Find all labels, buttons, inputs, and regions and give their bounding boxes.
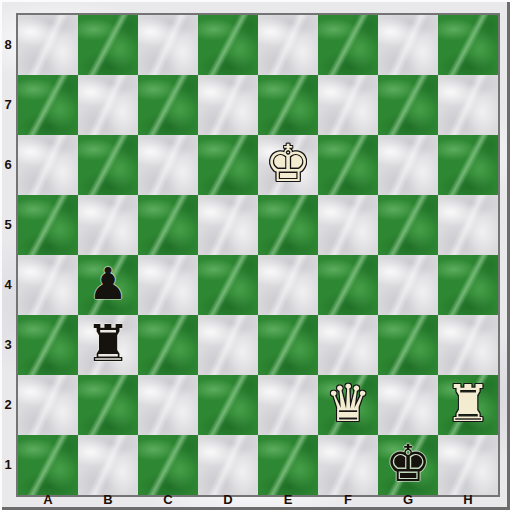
square-d8[interactable] (198, 15, 258, 75)
square-g5[interactable] (378, 195, 438, 255)
square-c1[interactable] (138, 435, 198, 495)
board: ♚♟♜♛♜♚ (16, 13, 500, 497)
square-b4[interactable]: ♟ (78, 255, 138, 315)
rank-label-3: 3 (0, 315, 16, 375)
white-queen[interactable]: ♛ (318, 375, 378, 435)
black-king[interactable]: ♚ (378, 435, 438, 495)
file-label-d: D (198, 492, 258, 508)
square-f5[interactable] (318, 195, 378, 255)
file-label-g: G (378, 492, 438, 508)
square-b1[interactable] (78, 435, 138, 495)
rank-label-2: 2 (0, 375, 16, 435)
square-d7[interactable] (198, 75, 258, 135)
square-a6[interactable] (18, 135, 78, 195)
square-f7[interactable] (318, 75, 378, 135)
square-c7[interactable] (138, 75, 198, 135)
square-g1[interactable]: ♚ (378, 435, 438, 495)
board-frame: 87654321 ♚♟♜♛♜♚ ABCDEFGH (0, 0, 510, 510)
file-label-h: H (438, 492, 498, 508)
square-f2[interactable]: ♛ (318, 375, 378, 435)
square-h8[interactable] (438, 15, 498, 75)
rank-label-8: 8 (0, 15, 16, 75)
square-g3[interactable] (378, 315, 438, 375)
rank-label-6: 6 (0, 135, 16, 195)
square-c4[interactable] (138, 255, 198, 315)
rank-label-1: 1 (0, 435, 16, 495)
square-e3[interactable] (258, 315, 318, 375)
file-label-f: F (318, 492, 378, 508)
square-a1[interactable] (18, 435, 78, 495)
square-d5[interactable] (198, 195, 258, 255)
square-e6[interactable]: ♚ (258, 135, 318, 195)
rank-label-4: 4 (0, 255, 16, 315)
square-d3[interactable] (198, 315, 258, 375)
square-a4[interactable] (18, 255, 78, 315)
square-g7[interactable] (378, 75, 438, 135)
square-g8[interactable] (378, 15, 438, 75)
square-b2[interactable] (78, 375, 138, 435)
square-c3[interactable] (138, 315, 198, 375)
square-a5[interactable] (18, 195, 78, 255)
square-h5[interactable] (438, 195, 498, 255)
square-h3[interactable] (438, 315, 498, 375)
square-g6[interactable] (378, 135, 438, 195)
square-e5[interactable] (258, 195, 318, 255)
file-label-e: E (258, 492, 318, 508)
square-e7[interactable] (258, 75, 318, 135)
square-e8[interactable] (258, 15, 318, 75)
rank-label-7: 7 (0, 75, 16, 135)
square-h6[interactable] (438, 135, 498, 195)
black-pawn[interactable]: ♟ (78, 255, 138, 315)
square-b5[interactable] (78, 195, 138, 255)
square-f4[interactable] (318, 255, 378, 315)
square-d4[interactable] (198, 255, 258, 315)
square-h4[interactable] (438, 255, 498, 315)
square-b3[interactable]: ♜ (78, 315, 138, 375)
square-a7[interactable] (18, 75, 78, 135)
square-d1[interactable] (198, 435, 258, 495)
white-king[interactable]: ♚ (258, 135, 318, 195)
square-b8[interactable] (78, 15, 138, 75)
rank-label-5: 5 (0, 195, 16, 255)
square-e1[interactable] (258, 435, 318, 495)
square-a2[interactable] (18, 375, 78, 435)
square-e4[interactable] (258, 255, 318, 315)
square-h7[interactable] (438, 75, 498, 135)
file-label-a: A (18, 492, 78, 508)
square-b6[interactable] (78, 135, 138, 195)
black-rook[interactable]: ♜ (78, 315, 138, 375)
square-g4[interactable] (378, 255, 438, 315)
rank-labels: 87654321 (0, 15, 16, 495)
file-label-b: B (78, 492, 138, 508)
square-f3[interactable] (318, 315, 378, 375)
square-d6[interactable] (198, 135, 258, 195)
square-f1[interactable] (318, 435, 378, 495)
square-a8[interactable] (18, 15, 78, 75)
square-g2[interactable] (378, 375, 438, 435)
square-f6[interactable] (318, 135, 378, 195)
square-d2[interactable] (198, 375, 258, 435)
square-c8[interactable] (138, 15, 198, 75)
file-label-c: C (138, 492, 198, 508)
square-a3[interactable] (18, 315, 78, 375)
square-f8[interactable] (318, 15, 378, 75)
square-c6[interactable] (138, 135, 198, 195)
square-c2[interactable] (138, 375, 198, 435)
square-e2[interactable] (258, 375, 318, 435)
square-b7[interactable] (78, 75, 138, 135)
square-c5[interactable] (138, 195, 198, 255)
square-h1[interactable] (438, 435, 498, 495)
square-h2[interactable]: ♜ (438, 375, 498, 435)
white-rook[interactable]: ♜ (438, 375, 498, 435)
file-labels: ABCDEFGH (18, 492, 498, 508)
